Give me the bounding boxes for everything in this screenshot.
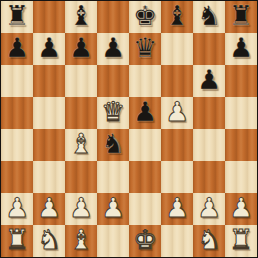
square-f8[interactable]: ♝ — [161, 1, 193, 33]
square-h4[interactable] — [225, 129, 257, 161]
square-c2[interactable]: ♟ — [65, 193, 97, 225]
piece-black-pawn[interactable]: ♟ — [101, 33, 125, 64]
piece-black-king[interactable]: ♚ — [133, 1, 157, 32]
square-f3[interactable] — [161, 161, 193, 193]
square-e6[interactable] — [129, 65, 161, 97]
piece-white-bishop[interactable]: ♝ — [69, 129, 93, 160]
square-a3[interactable] — [1, 161, 33, 193]
square-e1[interactable]: ♚ — [129, 225, 161, 257]
square-h6[interactable] — [225, 65, 257, 97]
piece-white-king[interactable]: ♚ — [133, 225, 157, 256]
piece-white-pawn[interactable]: ♟ — [5, 193, 29, 224]
square-d4[interactable]: ♞ — [97, 129, 129, 161]
square-g5[interactable] — [193, 97, 225, 129]
piece-black-pawn[interactable]: ♟ — [69, 33, 93, 64]
square-f4[interactable] — [161, 129, 193, 161]
piece-black-pawn[interactable]: ♟ — [229, 33, 253, 64]
square-a8[interactable]: ♜ — [1, 1, 33, 33]
square-h7[interactable]: ♟ — [225, 33, 257, 65]
square-b8[interactable] — [33, 1, 65, 33]
square-a5[interactable] — [1, 97, 33, 129]
square-a6[interactable] — [1, 65, 33, 97]
square-b3[interactable] — [33, 161, 65, 193]
piece-black-rook[interactable]: ♜ — [229, 1, 253, 32]
square-a4[interactable] — [1, 129, 33, 161]
square-h2[interactable]: ♟ — [225, 193, 257, 225]
square-f6[interactable] — [161, 65, 193, 97]
piece-white-pawn[interactable]: ♟ — [229, 193, 253, 224]
square-d6[interactable] — [97, 65, 129, 97]
square-h5[interactable] — [225, 97, 257, 129]
square-g2[interactable]: ♟ — [193, 193, 225, 225]
piece-black-knight[interactable]: ♞ — [101, 129, 125, 160]
square-g3[interactable] — [193, 161, 225, 193]
piece-white-knight[interactable]: ♞ — [197, 225, 221, 256]
piece-black-bishop[interactable]: ♝ — [69, 1, 93, 32]
square-c8[interactable]: ♝ — [65, 1, 97, 33]
square-b2[interactable]: ♟ — [33, 193, 65, 225]
square-c6[interactable] — [65, 65, 97, 97]
square-f1[interactable] — [161, 225, 193, 257]
square-h3[interactable] — [225, 161, 257, 193]
piece-white-pawn[interactable]: ♟ — [165, 97, 189, 128]
piece-white-pawn[interactable]: ♟ — [197, 193, 221, 224]
piece-black-pawn[interactable]: ♟ — [133, 97, 157, 128]
square-g8[interactable]: ♞ — [193, 1, 225, 33]
piece-white-pawn[interactable]: ♟ — [101, 193, 125, 224]
square-b4[interactable] — [33, 129, 65, 161]
square-h1[interactable]: ♜ — [225, 225, 257, 257]
square-c7[interactable]: ♟ — [65, 33, 97, 65]
square-d2[interactable]: ♟ — [97, 193, 129, 225]
square-c5[interactable] — [65, 97, 97, 129]
square-g4[interactable] — [193, 129, 225, 161]
square-e3[interactable] — [129, 161, 161, 193]
square-g7[interactable] — [193, 33, 225, 65]
square-g6[interactable]: ♟ — [193, 65, 225, 97]
square-d5[interactable]: ♛ — [97, 97, 129, 129]
square-f5[interactable]: ♟ — [161, 97, 193, 129]
square-d1[interactable] — [97, 225, 129, 257]
square-c4[interactable]: ♝ — [65, 129, 97, 161]
square-e5[interactable]: ♟ — [129, 97, 161, 129]
piece-white-knight[interactable]: ♞ — [37, 225, 61, 256]
piece-black-pawn[interactable]: ♟ — [5, 33, 29, 64]
piece-black-bishop[interactable]: ♝ — [165, 1, 189, 32]
square-e8[interactable]: ♚ — [129, 1, 161, 33]
square-d3[interactable] — [97, 161, 129, 193]
square-b1[interactable]: ♞ — [33, 225, 65, 257]
piece-white-bishop[interactable]: ♝ — [69, 225, 93, 256]
piece-black-knight[interactable]: ♞ — [197, 1, 221, 32]
square-b5[interactable] — [33, 97, 65, 129]
square-e7[interactable]: ♛ — [129, 33, 161, 65]
piece-white-queen[interactable]: ♛ — [101, 97, 125, 128]
square-b6[interactable] — [33, 65, 65, 97]
square-a2[interactable]: ♟ — [1, 193, 33, 225]
square-g1[interactable]: ♞ — [193, 225, 225, 257]
chess-board: ♜♝♚♝♞♜♟♟♟♟♛♟♟♛♟♟♝♞♟♟♟♟♟♟♟♜♞♝♚♞♜ — [1, 1, 257, 257]
piece-black-rook[interactable]: ♜ — [5, 1, 29, 32]
square-h8[interactable]: ♜ — [225, 1, 257, 33]
square-e2[interactable] — [129, 193, 161, 225]
square-e4[interactable] — [129, 129, 161, 161]
chess-board-frame: ♜♝♚♝♞♜♟♟♟♟♛♟♟♛♟♟♝♞♟♟♟♟♟♟♟♜♞♝♚♞♜ — [0, 0, 258, 258]
square-d7[interactable]: ♟ — [97, 33, 129, 65]
square-a1[interactable]: ♜ — [1, 225, 33, 257]
square-c1[interactable]: ♝ — [65, 225, 97, 257]
square-b7[interactable]: ♟ — [33, 33, 65, 65]
piece-white-pawn[interactable]: ♟ — [37, 193, 61, 224]
piece-black-pawn[interactable]: ♟ — [197, 65, 221, 96]
piece-white-rook[interactable]: ♜ — [229, 225, 253, 256]
square-f7[interactable] — [161, 33, 193, 65]
piece-black-queen[interactable]: ♛ — [133, 33, 157, 64]
square-d8[interactable] — [97, 1, 129, 33]
piece-white-pawn[interactable]: ♟ — [69, 193, 93, 224]
square-a7[interactable]: ♟ — [1, 33, 33, 65]
piece-white-rook[interactable]: ♜ — [5, 225, 29, 256]
piece-white-pawn[interactable]: ♟ — [165, 193, 189, 224]
square-c3[interactable] — [65, 161, 97, 193]
piece-black-pawn[interactable]: ♟ — [37, 33, 61, 64]
square-f2[interactable]: ♟ — [161, 193, 193, 225]
